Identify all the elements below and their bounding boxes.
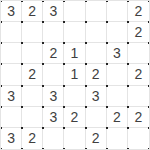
clue-number: 3 bbox=[92, 89, 100, 103]
grid-cell[interactable]: 3 bbox=[1, 128, 22, 149]
lattice-dot bbox=[106, 85, 108, 87]
grid-cell[interactable] bbox=[107, 64, 128, 85]
lattice-dot bbox=[85, 63, 87, 65]
lattice-dot bbox=[106, 42, 108, 44]
grid-cell[interactable] bbox=[22, 86, 43, 107]
grid-cell[interactable]: 1 bbox=[64, 43, 85, 64]
grid-cell[interactable]: 2 bbox=[107, 107, 128, 128]
grid-cell[interactable] bbox=[128, 128, 149, 149]
lattice-dot bbox=[42, 0, 44, 2]
lattice-dot bbox=[21, 0, 23, 2]
clue-number: 2 bbox=[92, 131, 100, 145]
lattice-dot bbox=[85, 148, 87, 150]
lattice-dot bbox=[21, 127, 23, 129]
lattice-dot bbox=[0, 148, 2, 150]
lattice-dot bbox=[85, 106, 87, 108]
grid-cell[interactable]: 3 bbox=[1, 1, 22, 22]
lattice-dot bbox=[21, 21, 23, 23]
lattice-dot bbox=[106, 21, 108, 23]
lattice-dot bbox=[21, 85, 23, 87]
lattice-dot bbox=[63, 106, 65, 108]
grid-cell[interactable]: 2 bbox=[22, 1, 43, 22]
clue-number: 3 bbox=[49, 110, 57, 124]
grid-cell[interactable]: 2 bbox=[128, 22, 149, 43]
clue-number: 2 bbox=[135, 110, 143, 124]
grid-cell[interactable] bbox=[22, 107, 43, 128]
lattice-dot bbox=[0, 127, 2, 129]
clue-number: 2 bbox=[49, 46, 57, 60]
lattice-dot bbox=[106, 148, 108, 150]
lattice-dot bbox=[0, 106, 2, 108]
lattice-dot bbox=[0, 63, 2, 65]
grid-cell[interactable]: 2 bbox=[86, 128, 107, 149]
lattice-dot bbox=[42, 106, 44, 108]
clue-number: 3 bbox=[113, 46, 121, 60]
clue-number: 2 bbox=[135, 25, 143, 39]
lattice-dot bbox=[148, 127, 150, 129]
lattice-dot bbox=[106, 63, 108, 65]
lattice-dot bbox=[63, 85, 65, 87]
lattice-dot bbox=[63, 63, 65, 65]
grid-cell[interactable] bbox=[64, 1, 85, 22]
grid-cell[interactable] bbox=[1, 107, 22, 128]
grid-cell[interactable] bbox=[22, 22, 43, 43]
lattice-dot bbox=[63, 0, 65, 2]
grid-cell[interactable] bbox=[1, 22, 22, 43]
lattice-dot bbox=[63, 42, 65, 44]
lattice-dot bbox=[0, 85, 2, 87]
clue-number: 1 bbox=[71, 67, 79, 81]
grid-cell[interactable]: 3 bbox=[43, 86, 64, 107]
clue-number: 1 bbox=[71, 46, 79, 60]
lattice-dot bbox=[106, 106, 108, 108]
grid-cell[interactable]: 2 bbox=[22, 128, 43, 149]
lattice-dot bbox=[148, 21, 150, 23]
lattice-dot bbox=[148, 63, 150, 65]
clue-number: 2 bbox=[135, 67, 143, 81]
lattice-dot bbox=[85, 85, 87, 87]
slitherlink-board: 3232221321223333222322 bbox=[0, 0, 150, 150]
lattice-dot bbox=[127, 0, 129, 2]
clue-number: 2 bbox=[92, 67, 100, 81]
grid-cell[interactable] bbox=[1, 64, 22, 85]
lattice-dot bbox=[85, 127, 87, 129]
lattice-dot bbox=[127, 106, 129, 108]
lattice-dot bbox=[85, 21, 87, 23]
lattice-dot bbox=[63, 127, 65, 129]
lattice-dot bbox=[42, 85, 44, 87]
clue-number: 2 bbox=[28, 67, 36, 81]
clue-number: 3 bbox=[7, 131, 15, 145]
lattice-dot bbox=[21, 42, 23, 44]
grid-cell[interactable]: 2 bbox=[128, 64, 149, 85]
clue-number: 3 bbox=[7, 4, 15, 18]
grid-cell[interactable]: 2 bbox=[128, 107, 149, 128]
lattice-dot bbox=[42, 42, 44, 44]
lattice-dot bbox=[127, 85, 129, 87]
lattice-dot bbox=[106, 0, 108, 2]
lattice-dot bbox=[63, 148, 65, 150]
grid-cell[interactable] bbox=[43, 22, 64, 43]
grid-cell[interactable]: 2 bbox=[64, 107, 85, 128]
grid-cell[interactable] bbox=[128, 86, 149, 107]
clue-number: 2 bbox=[28, 131, 36, 145]
clue-number: 2 bbox=[135, 4, 143, 18]
lattice-dot bbox=[21, 106, 23, 108]
grid-cell[interactable] bbox=[22, 43, 43, 64]
clue-number: 2 bbox=[113, 110, 121, 124]
clue-number: 3 bbox=[7, 89, 15, 103]
clue-number: 3 bbox=[49, 89, 57, 103]
lattice-dot bbox=[106, 127, 108, 129]
lattice-dot bbox=[21, 148, 23, 150]
lattice-dot bbox=[127, 42, 129, 44]
lattice-dot bbox=[127, 63, 129, 65]
lattice-dot bbox=[85, 0, 87, 2]
grid-cell[interactable] bbox=[86, 107, 107, 128]
lattice-dot bbox=[127, 21, 129, 23]
grid-cell[interactable]: 3 bbox=[43, 1, 64, 22]
clue-number: 2 bbox=[28, 4, 36, 18]
lattice-dot bbox=[85, 42, 87, 44]
grid-cell[interactable] bbox=[128, 43, 149, 64]
lattice-dot bbox=[148, 106, 150, 108]
lattice-dot bbox=[42, 21, 44, 23]
lattice-dot bbox=[0, 21, 2, 23]
grid-cell[interactable] bbox=[107, 1, 128, 22]
grid-cell[interactable]: 3 bbox=[43, 107, 64, 128]
lattice-dot bbox=[148, 42, 150, 44]
lattice-dot bbox=[42, 63, 44, 65]
grid-cell[interactable] bbox=[86, 43, 107, 64]
grid-cell[interactable] bbox=[64, 128, 85, 149]
lattice-dot bbox=[127, 148, 129, 150]
lattice-dot bbox=[148, 148, 150, 150]
grid-cell[interactable]: 3 bbox=[86, 86, 107, 107]
lattice-dot bbox=[127, 127, 129, 129]
grid-cell[interactable]: 2 bbox=[22, 64, 43, 85]
grid-cell[interactable] bbox=[107, 22, 128, 43]
lattice-dot bbox=[21, 63, 23, 65]
grid-cell[interactable] bbox=[107, 86, 128, 107]
lattice-dot bbox=[63, 21, 65, 23]
grid-cell[interactable]: 2 bbox=[86, 64, 107, 85]
grid-cell[interactable]: 3 bbox=[1, 86, 22, 107]
clue-number: 2 bbox=[71, 110, 79, 124]
grid-cell[interactable]: 2 bbox=[43, 43, 64, 64]
grid-cell[interactable] bbox=[43, 128, 64, 149]
grid-cell[interactable] bbox=[86, 22, 107, 43]
grid-cell[interactable] bbox=[107, 128, 128, 149]
grid-cell[interactable] bbox=[64, 22, 85, 43]
grid-cell[interactable] bbox=[43, 64, 64, 85]
lattice-dot bbox=[0, 42, 2, 44]
lattice-dot bbox=[148, 0, 150, 2]
clue-number: 3 bbox=[49, 4, 57, 18]
lattice-dot bbox=[0, 0, 2, 2]
grid-cell[interactable]: 3 bbox=[107, 43, 128, 64]
lattice-dot bbox=[42, 148, 44, 150]
lattice-dot bbox=[42, 127, 44, 129]
lattice-dot bbox=[148, 85, 150, 87]
grid-cell[interactable] bbox=[1, 43, 22, 64]
grid-cell[interactable] bbox=[64, 86, 85, 107]
grid-cell[interactable]: 2 bbox=[128, 1, 149, 22]
grid-cell[interactable] bbox=[86, 1, 107, 22]
grid-cell[interactable]: 1 bbox=[64, 64, 85, 85]
